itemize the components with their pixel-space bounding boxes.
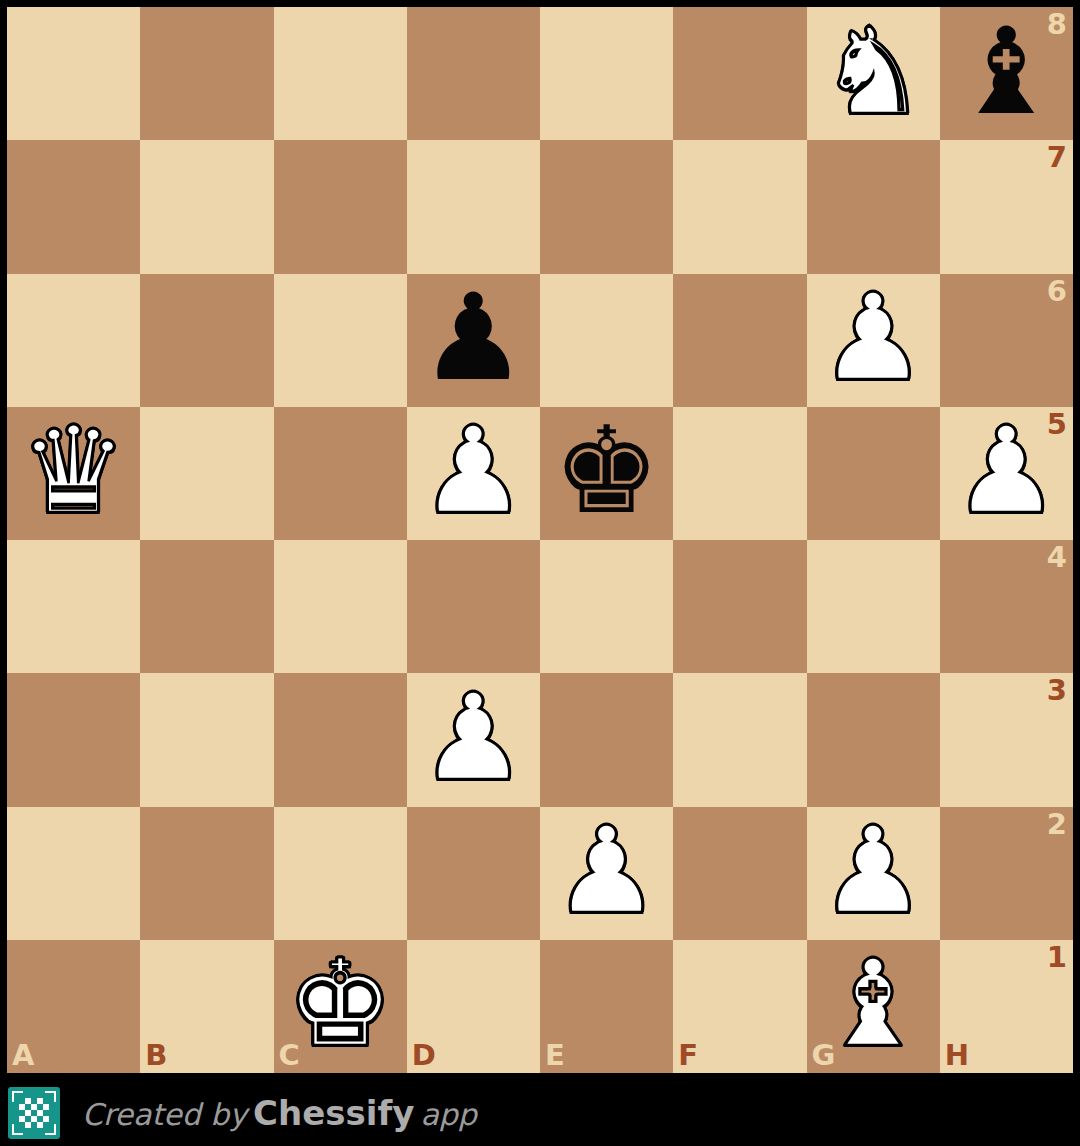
square-h7: 7 <box>940 140 1073 273</box>
square-g1: ♝G <box>807 940 940 1073</box>
white-pawn: ♟ <box>553 811 661 931</box>
footer-credit: Created byChessifyapp <box>82 1093 477 1133</box>
chess-board: ♞♝87♟♟6♛♟♚♟54♟3♟♟2AB♚CDEF♝GH1 <box>0 0 1080 1080</box>
file-label-d: D <box>412 1041 436 1070</box>
square-c7 <box>274 140 407 273</box>
square-a6 <box>7 274 140 407</box>
square-c6 <box>274 274 407 407</box>
white-king: ♚ <box>286 944 394 1064</box>
created-by-text: Created by <box>82 1097 247 1132</box>
square-h1: H1 <box>940 940 1073 1073</box>
square-a1: A <box>7 940 140 1073</box>
square-b2 <box>140 807 273 940</box>
square-d5: ♟ <box>407 407 540 540</box>
square-e7 <box>540 140 673 273</box>
square-c4 <box>274 540 407 673</box>
square-h4: 4 <box>940 540 1073 673</box>
rank-label-8: 8 <box>1047 10 1067 39</box>
square-f8 <box>673 7 806 140</box>
white-pawn: ♟ <box>819 811 927 931</box>
square-d8 <box>407 7 540 140</box>
file-label-f: F <box>678 1041 698 1070</box>
square-f4 <box>673 540 806 673</box>
footer: Created byChessifyapp <box>0 1080 1080 1146</box>
square-c5 <box>274 407 407 540</box>
square-f1: F <box>673 940 806 1073</box>
square-g7 <box>807 140 940 273</box>
square-e3 <box>540 673 673 806</box>
square-a4 <box>7 540 140 673</box>
file-label-c: C <box>279 1041 300 1070</box>
file-label-b: B <box>145 1041 167 1070</box>
file-label-g: G <box>812 1041 836 1070</box>
square-d4 <box>407 540 540 673</box>
chessify-logo-icon <box>8 1087 60 1139</box>
white-pawn: ♟ <box>420 678 528 798</box>
square-h3: 3 <box>940 673 1073 806</box>
white-knight: ♞ <box>819 12 927 132</box>
square-d7 <box>407 140 540 273</box>
square-e2: ♟ <box>540 807 673 940</box>
square-c3 <box>274 673 407 806</box>
rank-label-2: 2 <box>1047 810 1067 839</box>
square-g6: ♟ <box>807 274 940 407</box>
square-g8: ♞ <box>807 7 940 140</box>
rank-label-3: 3 <box>1047 676 1067 705</box>
square-d2 <box>407 807 540 940</box>
square-a5: ♛ <box>7 407 140 540</box>
square-g3 <box>807 673 940 806</box>
square-e8 <box>540 7 673 140</box>
square-c8 <box>274 7 407 140</box>
square-a2 <box>7 807 140 940</box>
square-g5 <box>807 407 940 540</box>
square-a8 <box>7 7 140 140</box>
square-f5 <box>673 407 806 540</box>
square-e6 <box>540 274 673 407</box>
square-d1: D <box>407 940 540 1073</box>
white-pawn: ♟ <box>819 278 927 398</box>
square-h6: 6 <box>940 274 1073 407</box>
square-e1: E <box>540 940 673 1073</box>
square-b7 <box>140 140 273 273</box>
square-b5 <box>140 407 273 540</box>
square-a3 <box>7 673 140 806</box>
file-label-a: A <box>12 1041 34 1070</box>
square-b6 <box>140 274 273 407</box>
square-c1: ♚C <box>274 940 407 1073</box>
rank-label-6: 6 <box>1047 277 1067 306</box>
rank-label-4: 4 <box>1047 543 1067 572</box>
square-d3: ♟ <box>407 673 540 806</box>
app-text: app <box>420 1097 476 1132</box>
square-b1: B <box>140 940 273 1073</box>
white-queen: ♛ <box>20 411 128 531</box>
file-label-e: E <box>545 1041 565 1070</box>
black-king: ♚ <box>553 411 661 531</box>
white-bishop: ♝ <box>819 944 927 1064</box>
square-h8: ♝8 <box>940 7 1073 140</box>
square-h5: ♟5 <box>940 407 1073 540</box>
brand-name: Chessify <box>253 1093 414 1133</box>
square-h2: 2 <box>940 807 1073 940</box>
rank-label-5: 5 <box>1047 410 1067 439</box>
logo-checkerboard-icon <box>19 1098 49 1128</box>
square-g2: ♟ <box>807 807 940 940</box>
white-pawn: ♟ <box>953 411 1061 531</box>
square-b3 <box>140 673 273 806</box>
square-f3 <box>673 673 806 806</box>
square-d6: ♟ <box>407 274 540 407</box>
rank-label-1: 1 <box>1047 943 1067 972</box>
square-b4 <box>140 540 273 673</box>
square-e4 <box>540 540 673 673</box>
square-f6 <box>673 274 806 407</box>
square-a7 <box>7 140 140 273</box>
white-pawn: ♟ <box>420 411 528 531</box>
file-label-h: H <box>945 1041 969 1070</box>
square-b8 <box>140 7 273 140</box>
square-f7 <box>673 140 806 273</box>
square-g4 <box>807 540 940 673</box>
square-e5: ♚ <box>540 407 673 540</box>
black-pawn: ♟ <box>420 278 528 398</box>
rank-label-7: 7 <box>1047 143 1067 172</box>
black-bishop: ♝ <box>953 12 1061 132</box>
square-c2 <box>274 807 407 940</box>
square-f2 <box>673 807 806 940</box>
